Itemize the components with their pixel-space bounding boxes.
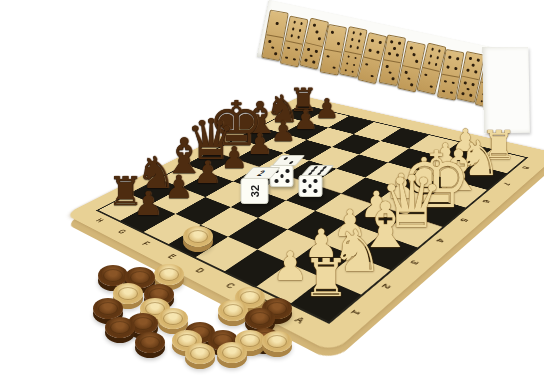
pip [307,48,310,51]
pip [300,22,303,25]
pip [276,22,279,25]
rank-label-1: 1 [348,308,363,316]
pip [472,64,475,67]
domino-half [286,17,308,44]
pip [313,24,316,27]
pip [314,179,318,183]
pip [304,59,307,62]
domino-half [384,36,405,62]
pip [312,61,315,64]
pip [438,49,441,52]
pip [466,88,469,91]
pip [286,179,290,183]
file-label-F: F [140,240,153,247]
pip [347,55,350,58]
pip [293,58,296,61]
checker-light[interactable] [218,300,248,321]
pip [389,71,392,74]
pip [315,50,318,53]
pip [410,84,413,87]
pip [280,174,284,178]
pip [358,39,361,42]
pip [286,169,290,173]
pip [466,68,469,71]
pip [359,33,362,36]
black-pawn[interactable]: ♟ [246,130,272,159]
domino-half [462,52,484,79]
pip [283,157,289,160]
pip [310,54,313,57]
pip [365,63,368,66]
pip [297,36,300,39]
pip [444,80,447,83]
pip [450,91,453,94]
pip [388,52,391,55]
pip [407,77,410,80]
pip [369,49,372,52]
pip [404,71,407,74]
domino-half [442,50,463,76]
pip [352,31,355,34]
pip [332,66,335,69]
cube-front-number: 32 [243,178,267,204]
pip [461,92,464,95]
pip [344,69,347,72]
pip [268,40,271,43]
file-label-C: C [223,281,238,290]
checker-dark[interactable] [245,308,275,329]
domino-half [358,56,380,84]
domino-half [417,67,439,95]
pip [354,57,357,60]
rank-label-8: 8 [519,165,531,169]
pip [390,41,393,44]
checker-dark[interactable] [93,298,123,319]
domino-box-lid [482,47,529,134]
pip [327,55,330,58]
pip [428,61,431,64]
pip [271,46,274,49]
pip [298,29,301,32]
pip [469,57,472,60]
pip [452,81,455,84]
file-label-D: D [193,266,207,274]
domino-half [403,42,425,69]
pip [477,59,480,62]
pip [429,85,432,88]
doubling-cube[interactable]: 232 [241,167,276,204]
pip [371,39,374,42]
pip [285,56,288,59]
black-pawn[interactable]: ♟ [164,172,193,204]
pip [289,161,295,164]
domino-half [267,11,288,37]
pip [287,46,290,49]
file-label-G: G [116,228,129,235]
white-rook[interactable]: ♜ [303,252,350,304]
pip [412,53,415,56]
die-front-face: 32 [241,178,269,204]
pip [436,56,439,59]
pip [456,57,459,60]
pip [415,60,418,63]
pip [376,51,379,54]
pip [303,189,307,193]
pip [429,55,432,58]
pip [308,184,312,188]
pip [290,34,293,37]
black-pawn[interactable]: ♟ [133,188,163,221]
cube-top-number: 2 [244,168,279,178]
pip [318,37,321,40]
pip [314,189,318,193]
pip [337,42,340,45]
pip [385,65,388,68]
file-label-E: E [165,253,178,261]
pip [431,48,434,51]
black-pawn[interactable]: ♟ [293,106,317,133]
checker-light[interactable] [185,343,215,364]
pip [469,94,472,97]
die[interactable] [298,165,329,197]
file-label-A: A [292,315,308,326]
pip [472,83,475,86]
pip [303,179,307,183]
pip [398,42,401,45]
pip [392,77,395,80]
file-label-H: H [94,217,106,223]
pip [356,46,359,49]
pip [447,66,450,69]
pip [449,56,452,59]
checker-dark[interactable] [135,332,165,353]
domino-half [300,42,322,70]
black-pawn[interactable]: ♟ [193,157,221,188]
checker-light[interactable] [154,264,184,285]
domino-half [345,27,367,54]
pip [378,41,381,44]
pip [442,90,445,93]
checker-light[interactable] [217,342,247,363]
pip [370,74,373,77]
pip [293,21,296,24]
die-front-face [298,175,322,197]
pip [346,62,349,65]
pip [292,27,295,30]
pip [351,38,354,41]
checker-dark[interactable] [105,317,135,338]
pip [274,53,277,56]
pip [315,30,318,33]
black-pawn[interactable]: ♟ [314,95,338,122]
pip [475,70,478,73]
checker-light[interactable] [158,308,188,329]
checker-light[interactable] [262,331,292,352]
domino-half [325,25,346,51]
pip [349,45,352,48]
pip [331,31,334,34]
pip [434,63,437,66]
pip [464,81,467,84]
rank-label-7: 7 [500,181,512,186]
pip [351,70,354,73]
pip [352,63,355,66]
pip [295,48,298,51]
scene: HGFEDCBA87654321 ♜♟♟♜♞♟♟♞♝♟♟♝♚♟♟♚♛♟♟♛♝♟♟… [0,0,544,384]
pip [454,67,457,70]
pip [396,53,399,56]
pip [425,73,428,76]
pip [393,47,396,50]
pip [410,47,413,50]
black-pawn[interactable]: ♟ [271,118,296,146]
